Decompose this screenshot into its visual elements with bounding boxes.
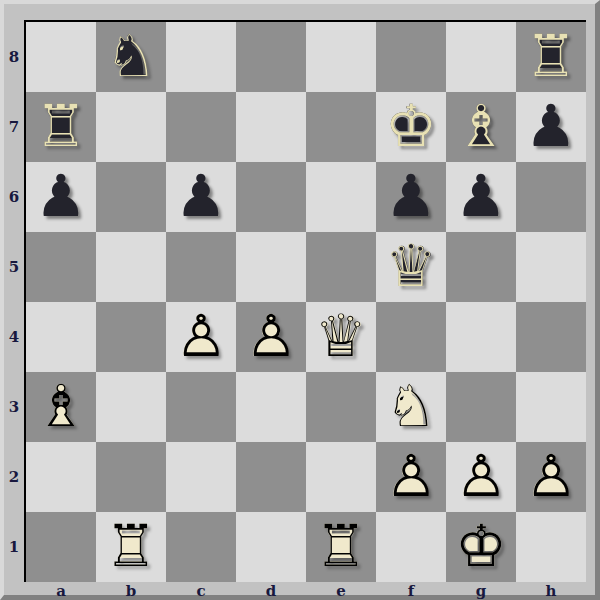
white-king-outline: ♔: [446, 512, 516, 582]
square-b5[interactable]: [96, 232, 166, 302]
square-h5[interactable]: [516, 232, 586, 302]
square-a2[interactable]: [26, 442, 96, 512]
rank-labels: 87654321: [4, 22, 24, 582]
white-bishop-glyph: ♝: [26, 372, 96, 442]
square-g5[interactable]: [446, 232, 516, 302]
piece-black-pawn[interactable]: ♟: [516, 92, 586, 162]
square-a8[interactable]: [26, 22, 96, 92]
piece-black-knight[interactable]: ♞♘: [96, 22, 166, 92]
white-bishop-outline: ♗: [26, 372, 96, 442]
piece-black-king[interactable]: ♚♔: [376, 92, 446, 162]
black-knight-glyph: ♞: [96, 22, 166, 92]
black-bishop-outline: ♗: [446, 92, 516, 162]
file-label-e: e: [306, 582, 376, 599]
white-rook-outline: ♖: [96, 512, 166, 582]
white-pawn-outline: ♙: [236, 302, 306, 372]
black-pawn-glyph: ♟: [376, 162, 446, 232]
square-a4[interactable]: [26, 302, 96, 372]
white-pawn-outline: ♙: [446, 442, 516, 512]
square-e4[interactable]: ♛♕: [306, 302, 376, 372]
black-bishop-glyph: ♝: [446, 92, 516, 162]
white-pawn-glyph: ♟: [376, 442, 446, 512]
square-h4[interactable]: [516, 302, 586, 372]
white-knight-glyph: ♞: [376, 372, 446, 442]
white-pawn-outline: ♙: [516, 442, 586, 512]
square-d2[interactable]: [236, 442, 306, 512]
square-c1[interactable]: [166, 512, 236, 582]
square-a6[interactable]: ♟: [26, 162, 96, 232]
square-b4[interactable]: [96, 302, 166, 372]
black-queen-outline: ♕: [376, 232, 446, 302]
square-c2[interactable]: [166, 442, 236, 512]
black-rook-outline: ♖: [26, 92, 96, 162]
piece-white-pawn[interactable]: ♟♙: [166, 302, 236, 372]
piece-white-pawn[interactable]: ♟♙: [446, 442, 516, 512]
file-label-b: b: [96, 582, 166, 599]
white-pawn-glyph: ♟: [166, 302, 236, 372]
black-pawn-glyph: ♟: [166, 162, 236, 232]
file-labels: abcdefgh: [26, 582, 586, 599]
white-rook-glyph: ♜: [306, 512, 376, 582]
square-d7[interactable]: [236, 92, 306, 162]
square-f7[interactable]: ♚♔: [376, 92, 446, 162]
black-pawn-glyph: ♟: [446, 162, 516, 232]
square-g2[interactable]: ♟♙: [446, 442, 516, 512]
square-e8[interactable]: [306, 22, 376, 92]
piece-black-queen[interactable]: ♛♕: [376, 232, 446, 302]
rank-label-5: 5: [4, 232, 24, 302]
square-h1[interactable]: [516, 512, 586, 582]
square-c7[interactable]: [166, 92, 236, 162]
white-knight-outline: ♘: [376, 372, 446, 442]
piece-black-pawn[interactable]: ♟: [166, 162, 236, 232]
square-c5[interactable]: [166, 232, 236, 302]
square-c8[interactable]: [166, 22, 236, 92]
square-a3[interactable]: ♝♗: [26, 372, 96, 442]
square-f4[interactable]: [376, 302, 446, 372]
square-e3[interactable]: [306, 372, 376, 442]
black-king-glyph: ♚: [376, 92, 446, 162]
white-pawn-glyph: ♟: [446, 442, 516, 512]
square-g8[interactable]: [446, 22, 516, 92]
piece-black-bishop[interactable]: ♝♗: [446, 92, 516, 162]
square-c4[interactable]: ♟♙: [166, 302, 236, 372]
square-b2[interactable]: [96, 442, 166, 512]
piece-white-king[interactable]: ♚♔: [446, 512, 516, 582]
piece-white-knight[interactable]: ♞♘: [376, 372, 446, 442]
square-g4[interactable]: [446, 302, 516, 372]
square-h7[interactable]: ♟: [516, 92, 586, 162]
square-h3[interactable]: [516, 372, 586, 442]
piece-white-rook[interactable]: ♜♖: [96, 512, 166, 582]
piece-black-pawn[interactable]: ♟: [446, 162, 516, 232]
square-f5[interactable]: ♛♕: [376, 232, 446, 302]
rank-label-8: 8: [4, 22, 24, 92]
piece-black-pawn[interactable]: ♟: [26, 162, 96, 232]
file-label-g: g: [446, 582, 516, 599]
piece-white-pawn[interactable]: ♟♙: [236, 302, 306, 372]
rank-label-6: 6: [4, 162, 24, 232]
square-a5[interactable]: [26, 232, 96, 302]
file-label-d: d: [236, 582, 306, 599]
square-f3[interactable]: ♞♘: [376, 372, 446, 442]
square-d6[interactable]: [236, 162, 306, 232]
board-grid: ♞♘♜♖♜♖♚♔♝♗♟♟♟♟♟♛♕♟♙♟♙♛♕♝♗♞♘♟♙♟♙♟♙♜♖♜♖♚♔: [24, 20, 586, 582]
black-rook-outline: ♖: [516, 22, 586, 92]
square-c6[interactable]: ♟: [166, 162, 236, 232]
square-c3[interactable]: [166, 372, 236, 442]
piece-white-queen[interactable]: ♛♕: [306, 302, 376, 372]
square-f6[interactable]: ♟: [376, 162, 446, 232]
square-e6[interactable]: [306, 162, 376, 232]
square-d3[interactable]: [236, 372, 306, 442]
piece-white-bishop[interactable]: ♝♗: [26, 372, 96, 442]
black-rook-glyph: ♜: [26, 92, 96, 162]
black-pawn-glyph: ♟: [26, 162, 96, 232]
square-f1[interactable]: [376, 512, 446, 582]
square-b7[interactable]: [96, 92, 166, 162]
square-h6[interactable]: [516, 162, 586, 232]
square-b1[interactable]: ♜♖: [96, 512, 166, 582]
piece-white-rook[interactable]: ♜♖: [306, 512, 376, 582]
white-rook-outline: ♖: [306, 512, 376, 582]
square-g7[interactable]: ♝♗: [446, 92, 516, 162]
square-e5[interactable]: [306, 232, 376, 302]
square-g3[interactable]: [446, 372, 516, 442]
square-d5[interactable]: [236, 232, 306, 302]
file-label-f: f: [376, 582, 446, 599]
square-b3[interactable]: [96, 372, 166, 442]
square-b6[interactable]: [96, 162, 166, 232]
black-knight-outline: ♘: [96, 22, 166, 92]
square-d8[interactable]: [236, 22, 306, 92]
piece-white-pawn[interactable]: ♟♙: [376, 442, 446, 512]
square-f8[interactable]: [376, 22, 446, 92]
file-label-c: c: [166, 582, 236, 599]
rank-label-1: 1: [4, 512, 24, 582]
square-d1[interactable]: [236, 512, 306, 582]
rank-label-3: 3: [4, 372, 24, 442]
white-queen-glyph: ♛: [306, 302, 376, 372]
file-label-a: a: [26, 582, 96, 599]
file-label-h: h: [516, 582, 586, 599]
square-f2[interactable]: ♟♙: [376, 442, 446, 512]
white-pawn-glyph: ♟: [236, 302, 306, 372]
black-queen-glyph: ♛: [376, 232, 446, 302]
rank-label-2: 2: [4, 442, 24, 512]
piece-black-rook[interactable]: ♜♖: [516, 22, 586, 92]
white-king-glyph: ♚: [446, 512, 516, 582]
white-rook-glyph: ♜: [96, 512, 166, 582]
square-e2[interactable]: [306, 442, 376, 512]
black-king-outline: ♔: [376, 92, 446, 162]
rank-label-7: 7: [4, 92, 24, 162]
white-queen-outline: ♕: [306, 302, 376, 372]
black-rook-glyph: ♜: [516, 22, 586, 92]
square-e7[interactable]: [306, 92, 376, 162]
square-h2[interactable]: ♟♙: [516, 442, 586, 512]
white-pawn-outline: ♙: [376, 442, 446, 512]
white-pawn-glyph: ♟: [516, 442, 586, 512]
square-b8[interactable]: ♞♘: [96, 22, 166, 92]
square-a7[interactable]: ♜♖: [26, 92, 96, 162]
square-h8[interactable]: ♜♖: [516, 22, 586, 92]
square-d4[interactable]: ♟♙: [236, 302, 306, 372]
rank-label-4: 4: [4, 302, 24, 372]
square-a1[interactable]: [26, 512, 96, 582]
white-pawn-outline: ♙: [166, 302, 236, 372]
piece-black-rook[interactable]: ♜♖: [26, 92, 96, 162]
chessboard-panel: 87654321 ♞♘♜♖♜♖♚♔♝♗♟♟♟♟♟♛♕♟♙♟♙♛♕♝♗♞♘♟♙♟♙…: [0, 0, 600, 600]
square-e1[interactable]: ♜♖: [306, 512, 376, 582]
black-pawn-glyph: ♟: [516, 92, 586, 162]
piece-white-pawn[interactable]: ♟♙: [516, 442, 586, 512]
square-g6[interactable]: ♟: [446, 162, 516, 232]
piece-black-pawn[interactable]: ♟: [376, 162, 446, 232]
square-g1[interactable]: ♚♔: [446, 512, 516, 582]
